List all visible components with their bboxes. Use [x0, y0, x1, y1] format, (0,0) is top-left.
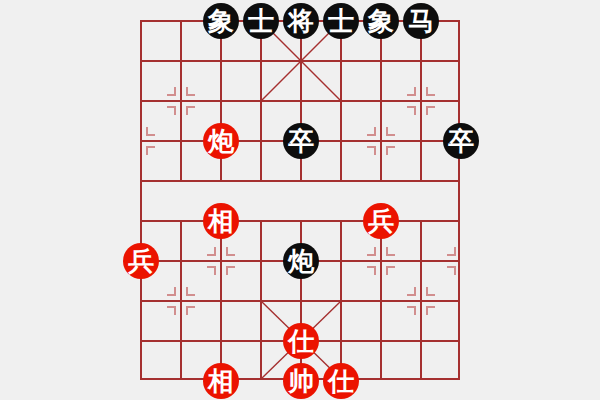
marker-arm	[186, 306, 195, 315]
marker-arm	[367, 266, 376, 275]
marker-arm	[207, 247, 216, 256]
marker-arm	[167, 87, 176, 96]
marker-arm	[186, 106, 195, 115]
red-cannon-glyph: 炮	[208, 128, 234, 154]
marker-arm	[447, 247, 456, 256]
position-marker	[407, 287, 435, 315]
position-marker	[367, 127, 395, 155]
marker-arm	[226, 266, 235, 275]
marker-arm	[386, 127, 395, 136]
marker-arm	[367, 247, 376, 256]
river-cell	[140, 180, 180, 220]
marker-arm	[426, 106, 435, 115]
position-marker	[167, 287, 195, 315]
marker-arm	[426, 87, 435, 96]
position-marker	[207, 247, 235, 275]
position-marker	[407, 87, 435, 115]
marker-arm	[447, 266, 456, 275]
black-horse[interactable]: 马	[403, 3, 439, 39]
marker-arm	[207, 266, 216, 275]
marker-arm	[407, 87, 416, 96]
board-cell	[340, 60, 380, 100]
marker-arm	[186, 287, 195, 296]
black-soldier[interactable]: 卒	[283, 123, 319, 159]
black-elephant-glyph: 象	[208, 8, 234, 34]
black-advisor[interactable]: 士	[243, 3, 279, 39]
marker-arm	[167, 106, 176, 115]
black-cannon[interactable]: 炮	[283, 243, 319, 279]
black-cannon-glyph: 炮	[288, 248, 314, 274]
red-advisor-glyph: 仕	[328, 368, 354, 394]
board-cell	[140, 340, 180, 380]
marker-arm	[386, 146, 395, 155]
board-cell	[260, 60, 300, 100]
black-advisor[interactable]: 士	[323, 3, 359, 39]
black-general-glyph: 将	[288, 8, 314, 34]
red-general-glyph: 帅	[288, 368, 314, 394]
board-cell	[300, 60, 340, 100]
black-elephant[interactable]: 象	[203, 3, 239, 39]
red-elephant-glyph: 相	[208, 208, 234, 234]
board-cell	[380, 340, 420, 380]
black-elephant-glyph: 象	[368, 8, 394, 34]
marker-arm	[367, 146, 376, 155]
marker-arm	[186, 87, 195, 96]
position-marker	[447, 247, 475, 275]
marker-arm	[226, 247, 235, 256]
red-soldier[interactable]: 兵	[123, 243, 159, 279]
marker-arm	[167, 287, 176, 296]
red-soldier-glyph: 兵	[128, 248, 154, 274]
board-cell	[140, 20, 180, 60]
board-cell	[220, 300, 260, 340]
red-soldier-glyph: 兵	[368, 208, 394, 234]
marker-arm	[407, 306, 416, 315]
marker-arm	[386, 247, 395, 256]
red-elephant-glyph: 相	[208, 368, 234, 394]
xiangqi-board: 象士将士象马炮卒卒相兵兵炮仕相帅仕	[140, 20, 460, 380]
black-advisor-glyph: 士	[328, 8, 354, 34]
red-advisor-glyph: 仕	[288, 328, 314, 354]
red-elephant[interactable]: 相	[203, 363, 239, 399]
marker-arm	[146, 127, 155, 136]
board-cell	[420, 340, 460, 380]
black-general[interactable]: 将	[283, 3, 319, 39]
red-advisor[interactable]: 仕	[283, 323, 319, 359]
marker-arm	[367, 127, 376, 136]
black-advisor-glyph: 士	[248, 8, 274, 34]
position-marker	[167, 87, 195, 115]
marker-arm	[407, 287, 416, 296]
marker-arm	[167, 306, 176, 315]
river-cell	[420, 180, 460, 220]
black-elephant[interactable]: 象	[363, 3, 399, 39]
red-general[interactable]: 帅	[283, 363, 319, 399]
position-marker	[127, 127, 155, 155]
black-soldier-glyph: 卒	[288, 128, 314, 154]
black-soldier-glyph: 卒	[448, 128, 474, 154]
river-cell	[260, 180, 300, 220]
red-soldier[interactable]: 兵	[363, 203, 399, 239]
black-soldier[interactable]: 卒	[443, 123, 479, 159]
marker-arm	[146, 146, 155, 155]
marker-arm	[426, 287, 435, 296]
board-cell	[220, 60, 260, 100]
board-cell	[340, 300, 380, 340]
position-marker	[367, 247, 395, 275]
red-advisor[interactable]: 仕	[323, 363, 359, 399]
marker-arm	[407, 106, 416, 115]
black-horse-glyph: 马	[408, 8, 434, 34]
river-cell	[300, 180, 340, 220]
marker-arm	[426, 306, 435, 315]
red-elephant[interactable]: 相	[203, 203, 239, 239]
marker-arm	[386, 266, 395, 275]
red-cannon[interactable]: 炮	[203, 123, 239, 159]
xiangqi-app: 象士将士象马炮卒卒相兵兵炮仕相帅仕	[0, 0, 600, 400]
